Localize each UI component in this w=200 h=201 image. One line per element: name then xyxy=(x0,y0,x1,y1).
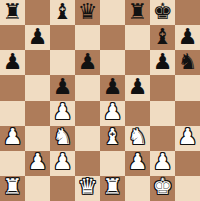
square-e8[interactable] xyxy=(100,0,125,25)
square-e1[interactable]: ♜ xyxy=(100,176,125,201)
square-g3[interactable] xyxy=(150,126,175,151)
white-pawn-piece: ♟ xyxy=(53,101,73,123)
square-b6[interactable] xyxy=(25,50,50,75)
black-pawn-piece: ♟ xyxy=(178,26,198,48)
square-f1[interactable] xyxy=(125,176,150,201)
square-a8[interactable]: ♜ xyxy=(0,0,25,25)
square-f2[interactable]: ♟ xyxy=(125,151,150,176)
square-c1[interactable] xyxy=(50,176,75,201)
black-pawn-piece: ♟ xyxy=(53,76,73,98)
white-pawn-piece: ♟ xyxy=(28,151,48,173)
white-bishop-piece: ♝ xyxy=(103,126,123,148)
white-pawn-piece: ♟ xyxy=(153,151,173,173)
white-pawn-piece: ♟ xyxy=(128,151,148,173)
square-d8[interactable]: ♛ xyxy=(75,0,100,25)
square-b8[interactable] xyxy=(25,0,50,25)
square-d7[interactable] xyxy=(75,25,100,50)
square-a7[interactable] xyxy=(0,25,25,50)
square-d6[interactable]: ♟ xyxy=(75,50,100,75)
white-pawn-piece: ♟ xyxy=(53,151,73,173)
black-rook-piece: ♜ xyxy=(3,1,23,23)
square-h1[interactable] xyxy=(175,176,200,201)
square-d2[interactable] xyxy=(75,151,100,176)
black-pawn-piece: ♟ xyxy=(28,26,48,48)
square-e3[interactable]: ♝ xyxy=(100,126,125,151)
square-g8[interactable]: ♚ xyxy=(150,0,175,25)
square-e7[interactable] xyxy=(100,25,125,50)
square-a1[interactable]: ♜ xyxy=(0,176,25,201)
square-a2[interactable] xyxy=(0,151,25,176)
square-d3[interactable] xyxy=(75,126,100,151)
square-h2[interactable] xyxy=(175,151,200,176)
black-knight-piece: ♞ xyxy=(178,51,198,73)
square-c4[interactable]: ♟ xyxy=(50,101,75,126)
square-b4[interactable] xyxy=(25,101,50,126)
square-a4[interactable] xyxy=(0,101,25,126)
square-f8[interactable]: ♜ xyxy=(125,0,150,25)
square-d4[interactable] xyxy=(75,101,100,126)
chess-board: ♜♝♛♜♚♟♝♟♟♟♟♞♟♟♟♟♟♟♞♝♞♟♟♟♟♟♜♛♜♚ xyxy=(0,0,200,201)
square-e4[interactable]: ♟ xyxy=(100,101,125,126)
square-a5[interactable] xyxy=(0,75,25,100)
square-g2[interactable]: ♟ xyxy=(150,151,175,176)
square-g6[interactable]: ♟ xyxy=(150,50,175,75)
black-pawn-piece: ♟ xyxy=(78,51,98,73)
square-h6[interactable]: ♞ xyxy=(175,50,200,75)
square-h8[interactable] xyxy=(175,0,200,25)
square-g4[interactable] xyxy=(150,101,175,126)
white-pawn-piece: ♟ xyxy=(3,126,23,148)
square-c8[interactable]: ♝ xyxy=(50,0,75,25)
square-g5[interactable] xyxy=(150,75,175,100)
square-e6[interactable] xyxy=(100,50,125,75)
white-queen-piece: ♛ xyxy=(78,176,98,198)
square-b5[interactable] xyxy=(25,75,50,100)
black-king-piece: ♚ xyxy=(153,1,173,23)
square-e2[interactable] xyxy=(100,151,125,176)
square-h4[interactable] xyxy=(175,101,200,126)
black-rook-piece: ♜ xyxy=(128,1,148,23)
square-d1[interactable]: ♛ xyxy=(75,176,100,201)
square-f6[interactable] xyxy=(125,50,150,75)
white-knight-piece: ♞ xyxy=(128,126,148,148)
square-b1[interactable] xyxy=(25,176,50,201)
square-b2[interactable]: ♟ xyxy=(25,151,50,176)
square-g1[interactable]: ♚ xyxy=(150,176,175,201)
square-d5[interactable] xyxy=(75,75,100,100)
black-pawn-piece: ♟ xyxy=(153,51,173,73)
white-pawn-piece: ♟ xyxy=(103,101,123,123)
square-a6[interactable]: ♟ xyxy=(0,50,25,75)
black-pawn-piece: ♟ xyxy=(3,51,23,73)
square-e5[interactable]: ♟ xyxy=(100,75,125,100)
white-knight-piece: ♞ xyxy=(53,126,73,148)
square-f7[interactable] xyxy=(125,25,150,50)
black-pawn-piece: ♟ xyxy=(103,76,123,98)
square-c2[interactable]: ♟ xyxy=(50,151,75,176)
white-pawn-piece: ♟ xyxy=(178,126,198,148)
square-g7[interactable]: ♝ xyxy=(150,25,175,50)
white-rook-piece: ♜ xyxy=(3,176,23,198)
square-b7[interactable]: ♟ xyxy=(25,25,50,50)
square-c5[interactable]: ♟ xyxy=(50,75,75,100)
white-king-piece: ♚ xyxy=(153,176,173,198)
black-bishop-piece: ♝ xyxy=(153,26,173,48)
square-h7[interactable]: ♟ xyxy=(175,25,200,50)
square-a3[interactable]: ♟ xyxy=(0,126,25,151)
square-c7[interactable] xyxy=(50,25,75,50)
square-h5[interactable] xyxy=(175,75,200,100)
square-f5[interactable]: ♟ xyxy=(125,75,150,100)
square-h3[interactable]: ♟ xyxy=(175,126,200,151)
square-c6[interactable] xyxy=(50,50,75,75)
square-c3[interactable]: ♞ xyxy=(50,126,75,151)
black-queen-piece: ♛ xyxy=(78,1,98,23)
square-f3[interactable]: ♞ xyxy=(125,126,150,151)
square-f4[interactable] xyxy=(125,101,150,126)
white-rook-piece: ♜ xyxy=(103,176,123,198)
square-b3[interactable] xyxy=(25,126,50,151)
black-pawn-piece: ♟ xyxy=(128,76,148,98)
black-bishop-piece: ♝ xyxy=(53,1,73,23)
